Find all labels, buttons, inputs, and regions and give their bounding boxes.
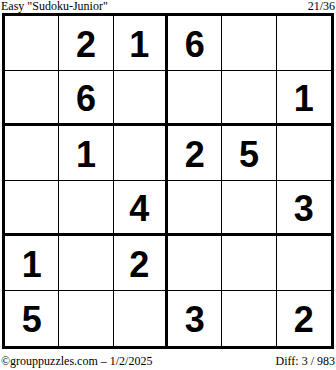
cell-r2c1-empty[interactable] <box>5 71 59 126</box>
cell-r1c6-empty[interactable] <box>277 16 331 71</box>
cell-r3c2-given: 1 <box>59 126 113 181</box>
cell-r3c6-empty[interactable] <box>277 126 331 181</box>
cell-r5c5-empty[interactable] <box>222 236 276 291</box>
header: Easy "Sudoku-Junior" 21/36 <box>1 0 335 13</box>
cell-r1c2-given: 2 <box>59 16 113 71</box>
cell-r2c5-empty[interactable] <box>222 71 276 126</box>
cell-r1c1-empty[interactable] <box>5 16 59 71</box>
cell-r4c3-given: 4 <box>114 181 168 236</box>
puzzle-title: Easy "Sudoku-Junior" <box>1 0 108 12</box>
cell-r3c5-given: 5 <box>222 126 276 181</box>
cell-r6c1-given: 5 <box>5 291 59 346</box>
cell-r4c5-empty[interactable] <box>222 181 276 236</box>
difficulty-text: Diff: 3 / 983 <box>276 355 335 368</box>
cell-r4c6-given: 3 <box>277 181 331 236</box>
cell-r5c4-empty[interactable] <box>168 236 222 291</box>
cell-r5c6-empty[interactable] <box>277 236 331 291</box>
cell-r3c1-empty[interactable] <box>5 126 59 181</box>
cell-r6c5-empty[interactable] <box>222 291 276 346</box>
puzzle-page: Easy "Sudoku-Junior" 21/36 2166112543125… <box>0 0 336 370</box>
cell-r5c2-empty[interactable] <box>59 236 113 291</box>
sudoku-board: 216611254312532 <box>2 13 334 349</box>
footer: ©grouppuzzles.com – 1/2/2025 Diff: 3 / 9… <box>1 353 335 368</box>
cell-r6c3-empty[interactable] <box>114 291 168 346</box>
cell-r1c5-empty[interactable] <box>222 16 276 71</box>
cell-r2c4-empty[interactable] <box>168 71 222 126</box>
cell-r1c4-given: 6 <box>168 16 222 71</box>
cell-r1c3-given: 1 <box>114 16 168 71</box>
cell-r3c4-given: 2 <box>168 126 222 181</box>
cell-r3c3-empty[interactable] <box>114 126 168 181</box>
clue-counter: 21/36 <box>308 0 335 12</box>
cell-r5c1-given: 1 <box>5 236 59 291</box>
cell-r4c4-empty[interactable] <box>168 181 222 236</box>
cell-r6c2-empty[interactable] <box>59 291 113 346</box>
cell-r4c2-empty[interactable] <box>59 181 113 236</box>
cell-r2c2-given: 6 <box>59 71 113 126</box>
copyright-text: ©grouppuzzles.com – 1/2/2025 <box>1 355 152 368</box>
cell-r2c6-given: 1 <box>277 71 331 126</box>
cell-r2c3-empty[interactable] <box>114 71 168 126</box>
cell-r5c3-given: 2 <box>114 236 168 291</box>
cell-r4c1-empty[interactable] <box>5 181 59 236</box>
cell-r6c6-given: 2 <box>277 291 331 346</box>
cell-r6c4-given: 3 <box>168 291 222 346</box>
